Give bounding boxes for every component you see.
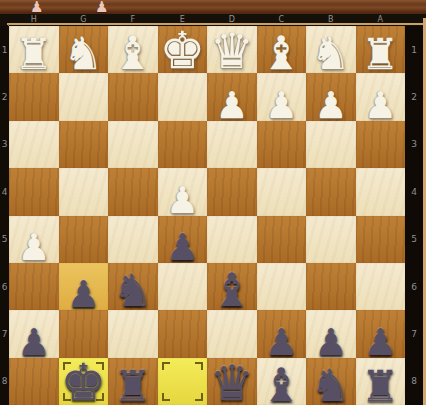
- black-pawn[interactable]: ♟: [158, 229, 208, 266]
- white-pawn[interactable]: ♟: [257, 87, 307, 124]
- square-h1[interactable]: ♜: [9, 26, 59, 73]
- square-c6[interactable]: [257, 263, 307, 310]
- square-c1[interactable]: ♝: [257, 26, 307, 73]
- black-knight[interactable]: ♞: [306, 363, 356, 405]
- square-e6[interactable]: [158, 263, 208, 310]
- rank-label-7: 7: [0, 310, 9, 357]
- square-g4[interactable]: [59, 168, 109, 215]
- square-a5[interactable]: [356, 216, 406, 263]
- black-knight[interactable]: ♞: [108, 268, 158, 313]
- square-f8[interactable]: ♜: [108, 358, 158, 405]
- square-a3[interactable]: [356, 121, 406, 168]
- black-queen[interactable]: ♛: [207, 359, 257, 405]
- square-h5[interactable]: ♟: [9, 216, 59, 263]
- square-d5[interactable]: [207, 216, 257, 263]
- square-b4[interactable]: [306, 168, 356, 215]
- square-h2[interactable]: [9, 73, 59, 120]
- white-rook[interactable]: ♜: [9, 33, 59, 76]
- chess-app-window: ♟ ♟ HGFEDCBA 12345678 12345678 ♜♞♝♚♛♝♞♜♟…: [0, 0, 426, 405]
- square-a7[interactable]: ♟: [356, 310, 406, 357]
- rank-labels-right: 12345678: [405, 26, 423, 405]
- square-h6[interactable]: [9, 263, 59, 310]
- white-pawn[interactable]: ♟: [207, 87, 257, 124]
- rank-label-2: 2: [0, 73, 9, 120]
- white-bishop[interactable]: ♝: [257, 30, 307, 76]
- square-c4[interactable]: [257, 168, 307, 215]
- rank-label-5: 5: [405, 216, 423, 263]
- captured-pawn-icon: ♟: [95, 0, 108, 14]
- rank-label-8: 8: [405, 358, 423, 405]
- black-pawn[interactable]: ♟: [306, 324, 356, 361]
- square-d3[interactable]: [207, 121, 257, 168]
- square-a6[interactable]: [356, 263, 406, 310]
- white-knight[interactable]: ♞: [306, 31, 356, 76]
- square-f2[interactable]: [108, 73, 158, 120]
- captured-pieces-bar: ♟ ♟: [0, 0, 426, 14]
- white-king[interactable]: ♚: [158, 25, 208, 76]
- square-f6[interactable]: ♞: [108, 263, 158, 310]
- square-e2[interactable]: [158, 73, 208, 120]
- square-d8[interactable]: ♛: [207, 358, 257, 405]
- board-grid: ♜♞♝♚♛♝♞♜♟♟♟♟♟♟♟♟♞♝♟♟♟♟♚♜♛♝♞♜: [9, 26, 405, 405]
- square-g1[interactable]: ♞: [59, 26, 109, 73]
- square-c3[interactable]: [257, 121, 307, 168]
- square-g7[interactable]: [59, 310, 109, 357]
- square-g5[interactable]: [59, 216, 109, 263]
- square-h8[interactable]: [9, 358, 59, 405]
- square-e5[interactable]: ♟: [158, 216, 208, 263]
- rank-label-6: 6: [0, 263, 9, 310]
- black-rook[interactable]: ♜: [108, 365, 158, 405]
- square-e8[interactable]: [158, 358, 208, 405]
- square-h4[interactable]: [9, 168, 59, 215]
- square-e4[interactable]: ♟: [158, 168, 208, 215]
- rank-label-2: 2: [405, 73, 423, 120]
- square-g8[interactable]: ♚: [59, 358, 109, 405]
- square-e3[interactable]: [158, 121, 208, 168]
- square-g2[interactable]: [59, 73, 109, 120]
- square-b7[interactable]: ♟: [306, 310, 356, 357]
- rank-label-4: 4: [0, 168, 9, 215]
- square-b6[interactable]: [306, 263, 356, 310]
- rank-label-1: 1: [405, 26, 423, 73]
- rank-label-6: 6: [405, 263, 423, 310]
- rank-labels-left: 12345678: [0, 26, 9, 405]
- square-b3[interactable]: [306, 121, 356, 168]
- black-pawn[interactable]: ♟: [356, 324, 406, 361]
- square-g6[interactable]: ♟: [59, 263, 109, 310]
- square-a2[interactable]: ♟: [356, 73, 406, 120]
- square-d6[interactable]: ♝: [207, 263, 257, 310]
- square-e7[interactable]: [158, 310, 208, 357]
- square-c2[interactable]: ♟: [257, 73, 307, 120]
- square-f4[interactable]: [108, 168, 158, 215]
- black-bishop[interactable]: ♝: [207, 267, 257, 313]
- black-king[interactable]: ♚: [59, 357, 109, 405]
- black-bishop[interactable]: ♝: [257, 362, 307, 405]
- captured-pawn-icon: ♟: [30, 0, 43, 14]
- white-rook[interactable]: ♜: [356, 33, 406, 76]
- square-c8[interactable]: ♝: [257, 358, 307, 405]
- square-f1[interactable]: ♝: [108, 26, 158, 73]
- rank-label-3: 3: [0, 121, 9, 168]
- square-f7[interactable]: [108, 310, 158, 357]
- white-queen[interactable]: ♛: [207, 27, 257, 76]
- square-c5[interactable]: [257, 216, 307, 263]
- white-pawn[interactable]: ♟: [306, 87, 356, 124]
- rank-label-4: 4: [405, 168, 423, 215]
- white-pawn[interactable]: ♟: [158, 182, 208, 219]
- black-pawn[interactable]: ♟: [59, 276, 109, 313]
- rank-label-3: 3: [405, 121, 423, 168]
- square-a4[interactable]: [356, 168, 406, 215]
- square-a1[interactable]: ♜: [356, 26, 406, 73]
- square-d7[interactable]: [207, 310, 257, 357]
- black-rook[interactable]: ♜: [356, 365, 406, 405]
- square-d4[interactable]: [207, 168, 257, 215]
- square-b2[interactable]: ♟: [306, 73, 356, 120]
- square-f5[interactable]: [108, 216, 158, 263]
- black-pawn[interactable]: ♟: [9, 324, 59, 361]
- white-bishop[interactable]: ♝: [108, 30, 158, 76]
- black-pawn[interactable]: ♟: [257, 324, 307, 361]
- square-a8[interactable]: ♜: [356, 358, 406, 405]
- white-pawn[interactable]: ♟: [356, 87, 406, 124]
- square-f3[interactable]: [108, 121, 158, 168]
- last-move-corner-marks: [158, 358, 208, 405]
- rank-label-8: 8: [0, 358, 9, 405]
- square-b8[interactable]: ♞: [306, 358, 356, 405]
- rank-label-1: 1: [0, 26, 9, 73]
- white-pawn[interactable]: ♟: [9, 229, 59, 266]
- square-h3[interactable]: [9, 121, 59, 168]
- square-h7[interactable]: ♟: [9, 310, 59, 357]
- square-d1[interactable]: ♛: [207, 26, 257, 73]
- square-b5[interactable]: [306, 216, 356, 263]
- white-knight[interactable]: ♞: [59, 31, 109, 76]
- square-b1[interactable]: ♞: [306, 26, 356, 73]
- square-e1[interactable]: ♚: [158, 26, 208, 73]
- rank-label-7: 7: [405, 310, 423, 357]
- rank-label-5: 5: [0, 216, 9, 263]
- square-d2[interactable]: ♟: [207, 73, 257, 120]
- square-c7[interactable]: ♟: [257, 310, 307, 357]
- square-g3[interactable]: [59, 121, 109, 168]
